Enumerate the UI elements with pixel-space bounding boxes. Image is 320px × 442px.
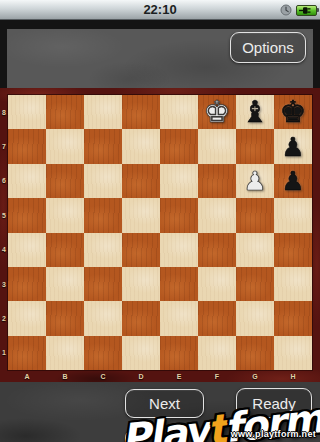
square-g8[interactable]: ♝ (236, 95, 274, 129)
file-label-h: H (274, 370, 312, 382)
square-d2[interactable] (122, 301, 160, 335)
rank-label-2: 2 (0, 301, 8, 335)
square-g7[interactable] (236, 129, 274, 163)
square-c7[interactable] (84, 129, 122, 163)
black-king[interactable]: ♚ (280, 97, 307, 127)
square-c4[interactable] (84, 233, 122, 267)
square-e8[interactable] (160, 95, 198, 129)
square-c8[interactable] (84, 95, 122, 129)
square-h7[interactable]: ♟ (274, 129, 312, 163)
square-e1[interactable] (160, 336, 198, 370)
square-g1[interactable] (236, 336, 274, 370)
square-h5[interactable] (274, 198, 312, 232)
footer: Next Ready Hint (0, 382, 320, 442)
file-label-f: F (198, 370, 236, 382)
file-label-b: B (46, 370, 84, 382)
rank-label-3: 3 (0, 267, 8, 301)
square-h8[interactable]: ♚ (274, 95, 312, 129)
hint-button[interactable]: Hint (125, 429, 204, 442)
square-f8[interactable]: ♚ (198, 95, 236, 129)
square-b2[interactable] (46, 301, 84, 335)
square-d8[interactable] (122, 95, 160, 129)
square-b8[interactable] (46, 95, 84, 129)
status-time: 22:10 (0, 0, 320, 20)
square-d7[interactable] (122, 129, 160, 163)
square-e3[interactable] (160, 267, 198, 301)
next-button[interactable]: Next (125, 389, 204, 418)
square-b6[interactable] (46, 164, 84, 198)
rank-labels: 87654321 (0, 95, 8, 370)
black-pawn[interactable]: ♟ (281, 134, 304, 160)
square-a2[interactable] (8, 301, 46, 335)
square-a7[interactable] (8, 129, 46, 163)
square-f4[interactable] (198, 233, 236, 267)
square-b7[interactable] (46, 129, 84, 163)
square-a1[interactable] (8, 336, 46, 370)
header: Options (0, 20, 320, 88)
square-h3[interactable] (274, 267, 312, 301)
square-e2[interactable] (160, 301, 198, 335)
square-e6[interactable] (160, 164, 198, 198)
square-f2[interactable] (198, 301, 236, 335)
square-h1[interactable] (274, 336, 312, 370)
square-f5[interactable] (198, 198, 236, 232)
square-f7[interactable] (198, 129, 236, 163)
square-b5[interactable] (46, 198, 84, 232)
rank-label-4: 4 (0, 233, 8, 267)
rank-label-8: 8 (0, 95, 8, 129)
rank-label-7: 7 (0, 129, 8, 163)
square-d1[interactable] (122, 336, 160, 370)
square-h2[interactable] (274, 301, 312, 335)
square-c6[interactable] (84, 164, 122, 198)
white-king[interactable]: ♚ (204, 97, 231, 127)
file-label-g: G (236, 370, 274, 382)
file-label-a: A (8, 370, 46, 382)
square-e5[interactable] (160, 198, 198, 232)
file-labels: ABCDEFGH (8, 370, 312, 382)
square-g5[interactable] (236, 198, 274, 232)
chess-board: 87654321 ♚♝♚♟♟♟ ABCDEFGH (0, 88, 320, 382)
square-d3[interactable] (122, 267, 160, 301)
square-h6[interactable]: ♟ (274, 164, 312, 198)
status-bar: 22:10 (0, 0, 320, 20)
square-c2[interactable] (84, 301, 122, 335)
options-button[interactable]: Options (230, 32, 306, 63)
rank-label-1: 1 (0, 336, 8, 370)
square-c5[interactable] (84, 198, 122, 232)
square-d4[interactable] (122, 233, 160, 267)
square-e7[interactable] (160, 129, 198, 163)
square-a6[interactable] (8, 164, 46, 198)
rank-label-5: 5 (0, 198, 8, 232)
board-squares[interactable]: ♚♝♚♟♟♟ (8, 95, 312, 370)
square-b4[interactable] (46, 233, 84, 267)
square-g6[interactable]: ♟ (236, 164, 274, 198)
file-label-e: E (160, 370, 198, 382)
square-g2[interactable] (236, 301, 274, 335)
square-a3[interactable] (8, 267, 46, 301)
square-c3[interactable] (84, 267, 122, 301)
ready-button[interactable]: Ready (236, 388, 312, 418)
square-f1[interactable] (198, 336, 236, 370)
square-g3[interactable] (236, 267, 274, 301)
black-bishop[interactable]: ♝ (242, 97, 269, 127)
square-b3[interactable] (46, 267, 84, 301)
rank-label-6: 6 (0, 164, 8, 198)
square-f6[interactable] (198, 164, 236, 198)
clock-icon (280, 4, 292, 16)
black-pawn[interactable]: ♟ (281, 168, 304, 194)
square-b1[interactable] (46, 336, 84, 370)
square-d5[interactable] (122, 198, 160, 232)
square-d6[interactable] (122, 164, 160, 198)
file-label-d: D (122, 370, 160, 382)
file-label-c: C (84, 370, 122, 382)
battery-charging-icon (296, 5, 317, 16)
square-a4[interactable] (8, 233, 46, 267)
square-f3[interactable] (198, 267, 236, 301)
square-a5[interactable] (8, 198, 46, 232)
white-pawn[interactable]: ♟ (243, 168, 266, 194)
square-e4[interactable] (160, 233, 198, 267)
status-icons (280, 0, 317, 20)
square-c1[interactable] (84, 336, 122, 370)
square-a8[interactable] (8, 95, 46, 129)
square-h4[interactable] (274, 233, 312, 267)
square-g4[interactable] (236, 233, 274, 267)
app-screen: 22:10 Options 87654321 ♚♝♚♟♟♟ ABCDEFGH (0, 0, 320, 442)
